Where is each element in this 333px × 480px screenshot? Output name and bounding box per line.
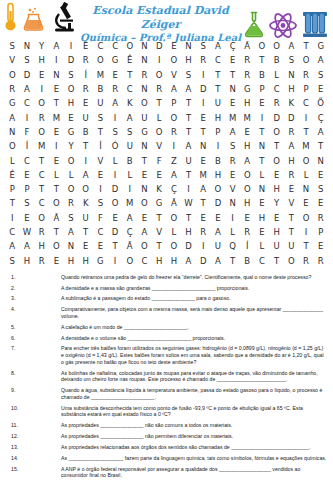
grid-cell-r3c8[interactable]: E: [108, 68, 123, 82]
grid-cell-r7c9[interactable]: S: [122, 125, 137, 139]
grid-cell-r4c1[interactable]: R: [5, 82, 20, 96]
grid-cell-r7c12[interactable]: R: [167, 125, 182, 139]
grid-cell-r12c7[interactable]: S: [93, 196, 108, 210]
grid-cell-r1c10[interactable]: N: [137, 39, 152, 53]
grid-cell-r8c2[interactable]: Í: [20, 139, 35, 153]
grid-cell-r8c5[interactable]: Y: [64, 139, 79, 153]
grid-cell-r16c13[interactable]: A: [181, 253, 196, 267]
grid-cell-r14c4[interactable]: T: [49, 225, 64, 239]
grid-cell-r6c6[interactable]: U: [78, 110, 93, 124]
grid-cell-r7c14[interactable]: T: [196, 125, 211, 139]
grid-cell-r11c9[interactable]: I: [122, 182, 137, 196]
grid-cell-r5c10[interactable]: O: [137, 96, 152, 110]
grid-cell-r4c18[interactable]: P: [255, 82, 270, 96]
grid-cell-r16c20[interactable]: O: [284, 253, 299, 267]
grid-cell-r8c9[interactable]: U: [122, 139, 137, 153]
grid-cell-r15c4[interactable]: O: [49, 239, 64, 253]
grid-cell-r15c17[interactable]: Í: [240, 239, 255, 253]
grid-cell-r2c9[interactable]: Ê: [122, 53, 137, 67]
grid-cell-r6c12[interactable]: O: [167, 110, 182, 124]
grid-cell-r4c8[interactable]: R: [108, 82, 123, 96]
grid-cell-r12c14[interactable]: T: [196, 196, 211, 210]
grid-cell-r5c11[interactable]: T: [152, 96, 167, 110]
grid-cell-r14c14[interactable]: R: [196, 225, 211, 239]
grid-cell-r8c20[interactable]: A: [284, 139, 299, 153]
grid-cell-r2c19[interactable]: B: [269, 53, 284, 67]
grid-cell-r7c2[interactable]: F: [20, 125, 35, 139]
grid-cell-r10c7[interactable]: E: [93, 168, 108, 182]
grid-cell-r5c8[interactable]: A: [108, 96, 123, 110]
grid-cell-r2c11[interactable]: I: [152, 53, 167, 67]
grid-cell-r15c1[interactable]: A: [5, 239, 20, 253]
grid-cell-r14c20[interactable]: T: [284, 225, 299, 239]
grid-cell-r15c11[interactable]: T: [152, 239, 167, 253]
grid-cell-r12c19[interactable]: Y: [269, 196, 284, 210]
grid-cell-r13c19[interactable]: E: [269, 211, 284, 225]
grid-cell-r10c19[interactable]: E: [269, 168, 284, 182]
grid-cell-r9c5[interactable]: O: [64, 153, 79, 167]
grid-cell-r15c9[interactable]: Ã: [122, 239, 137, 253]
grid-cell-r9c19[interactable]: O: [269, 153, 284, 167]
grid-cell-r9c17[interactable]: A: [240, 153, 255, 167]
grid-cell-r13c22[interactable]: R: [313, 211, 328, 225]
grid-cell-r12c17[interactable]: H: [240, 196, 255, 210]
grid-cell-r2c1[interactable]: V: [5, 53, 20, 67]
grid-cell-r12c13[interactable]: W: [181, 196, 196, 210]
grid-cell-r3c2[interactable]: D: [20, 68, 35, 82]
grid-cell-r1c20[interactable]: A: [284, 39, 299, 53]
grid-cell-r15c12[interactable]: O: [167, 239, 182, 253]
grid-cell-r3c1[interactable]: O: [5, 68, 20, 82]
grid-cell-r11c8[interactable]: D: [108, 182, 123, 196]
grid-cell-r15c18[interactable]: L: [255, 239, 270, 253]
grid-cell-r8c18[interactable]: N: [255, 139, 270, 153]
grid-cell-r14c5[interactable]: A: [64, 225, 79, 239]
grid-cell-r15c8[interactable]: T: [108, 239, 123, 253]
grid-cell-r3c11[interactable]: O: [152, 68, 167, 82]
grid-cell-r9c3[interactable]: T: [34, 153, 49, 167]
grid-cell-r3c17[interactable]: R: [240, 68, 255, 82]
grid-cell-r8c10[interactable]: N: [137, 139, 152, 153]
grid-cell-r16c1[interactable]: S: [5, 253, 20, 267]
grid-cell-r12c1[interactable]: T: [5, 196, 20, 210]
grid-cell-r5c17[interactable]: H: [240, 96, 255, 110]
grid-cell-r9c16[interactable]: R: [225, 153, 240, 167]
grid-cell-r1c9[interactable]: O: [122, 39, 137, 53]
grid-cell-r9c21[interactable]: O: [299, 153, 314, 167]
grid-cell-r3c13[interactable]: S: [181, 68, 196, 82]
grid-cell-r3c16[interactable]: T: [225, 68, 240, 82]
grid-cell-r2c6[interactable]: R: [78, 53, 93, 67]
grid-cell-r5c13[interactable]: T: [181, 96, 196, 110]
grid-cell-r3c14[interactable]: I: [196, 68, 211, 82]
grid-cell-r8c1[interactable]: O: [5, 139, 20, 153]
grid-cell-r7c3[interactable]: O: [34, 125, 49, 139]
grid-cell-r13c17[interactable]: E: [240, 211, 255, 225]
grid-cell-r11c21[interactable]: N: [299, 182, 314, 196]
grid-cell-r6c10[interactable]: U: [137, 110, 152, 124]
grid-cell-r13c1[interactable]: I: [5, 211, 20, 225]
grid-cell-r14c13[interactable]: H: [181, 225, 196, 239]
grid-cell-r15c19[interactable]: U: [269, 239, 284, 253]
grid-cell-r14c8[interactable]: D: [108, 225, 123, 239]
grid-cell-r4c7[interactable]: B: [93, 82, 108, 96]
grid-cell-r14c17[interactable]: R: [240, 225, 255, 239]
grid-cell-r6c11[interactable]: L: [152, 110, 167, 124]
grid-cell-r4c21[interactable]: P: [299, 82, 314, 96]
grid-cell-r14c2[interactable]: W: [20, 225, 35, 239]
grid-cell-r14c21[interactable]: I: [299, 225, 314, 239]
grid-cell-r8c17[interactable]: H: [240, 139, 255, 153]
grid-cell-r13c14[interactable]: E: [196, 211, 211, 225]
grid-cell-r8c8[interactable]: Ó: [108, 139, 123, 153]
grid-cell-r8c13[interactable]: A: [181, 139, 196, 153]
grid-cell-r15c15[interactable]: U: [211, 239, 226, 253]
grid-cell-r15c6[interactable]: E: [78, 239, 93, 253]
grid-cell-r12c2[interactable]: S: [20, 196, 35, 210]
grid-cell-r4c15[interactable]: T: [211, 82, 226, 96]
grid-cell-r7c17[interactable]: E: [240, 125, 255, 139]
grid-cell-r16c18[interactable]: C: [255, 253, 270, 267]
grid-cell-r13c7[interactable]: F: [93, 211, 108, 225]
grid-cell-r2c16[interactable]: E: [225, 53, 240, 67]
grid-cell-r13c20[interactable]: T: [284, 211, 299, 225]
grid-cell-r4c6[interactable]: R: [78, 82, 93, 96]
grid-cell-r1c3[interactable]: Y: [34, 39, 49, 53]
grid-cell-r16c22[interactable]: R: [313, 253, 328, 267]
grid-cell-r4c2[interactable]: A: [20, 82, 35, 96]
grid-cell-r10c1[interactable]: É: [5, 168, 20, 182]
grid-cell-r13c21[interactable]: O: [299, 211, 314, 225]
grid-cell-r10c6[interactable]: A: [78, 168, 93, 182]
grid-cell-r5c22[interactable]: Õ: [313, 96, 328, 110]
grid-cell-r8c4[interactable]: I: [49, 139, 64, 153]
grid-cell-r3c3[interactable]: E: [34, 68, 49, 82]
grid-cell-r4c12[interactable]: A: [167, 82, 182, 96]
grid-cell-r1c1[interactable]: S: [5, 39, 20, 53]
grid-cell-r16c21[interactable]: R: [299, 253, 314, 267]
grid-cell-r1c14[interactable]: S: [196, 39, 211, 53]
grid-cell-r16c19[interactable]: T: [269, 253, 284, 267]
grid-cell-r6c7[interactable]: S: [93, 110, 108, 124]
grid-cell-r11c20[interactable]: E: [284, 182, 299, 196]
grid-cell-r3c5[interactable]: S: [64, 68, 79, 82]
grid-cell-r6c15[interactable]: H: [211, 110, 226, 124]
grid-cell-r6c20[interactable]: D: [284, 110, 299, 124]
grid-cell-r14c1[interactable]: C: [5, 225, 20, 239]
grid-cell-r15c3[interactable]: H: [34, 239, 49, 253]
grid-cell-r12c5[interactable]: R: [64, 196, 79, 210]
grid-cell-r3c12[interactable]: V: [167, 68, 182, 82]
grid-cell-r9c13[interactable]: U: [181, 153, 196, 167]
grid-cell-r2c13[interactable]: H: [181, 53, 196, 67]
grid-cell-r15c7[interactable]: E: [93, 239, 108, 253]
grid-cell-r3c7[interactable]: M: [93, 68, 108, 82]
grid-cell-r5c4[interactable]: T: [49, 96, 64, 110]
grid-cell-r6c16[interactable]: M: [225, 110, 240, 124]
grid-cell-r12c4[interactable]: O: [49, 196, 64, 210]
grid-cell-r10c5[interactable]: L: [64, 168, 79, 182]
grid-cell-r12c22[interactable]: E: [313, 196, 328, 210]
grid-cell-r5c21[interactable]: C: [299, 96, 314, 110]
grid-cell-r4c19[interactable]: C: [269, 82, 284, 96]
grid-cell-r3c10[interactable]: R: [137, 68, 152, 82]
grid-cell-r9c4[interactable]: E: [49, 153, 64, 167]
grid-cell-r13c12[interactable]: O: [167, 211, 182, 225]
grid-cell-r2c8[interactable]: G: [108, 53, 123, 67]
grid-cell-r8c6[interactable]: T: [78, 139, 93, 153]
grid-cell-r11c2[interactable]: P: [20, 182, 35, 196]
grid-cell-r4c14[interactable]: D: [196, 82, 211, 96]
grid-cell-r13c16[interactable]: I: [225, 211, 240, 225]
grid-cell-r8c3[interactable]: M: [34, 139, 49, 153]
grid-cell-r8c11[interactable]: V: [152, 139, 167, 153]
grid-cell-r6c4[interactable]: M: [49, 110, 64, 124]
grid-cell-r16c4[interactable]: E: [49, 253, 64, 267]
grid-cell-r11c6[interactable]: O: [78, 182, 93, 196]
grid-cell-r15c2[interactable]: A: [20, 239, 35, 253]
grid-cell-r15c21[interactable]: T: [299, 239, 314, 253]
grid-cell-r10c12[interactable]: A: [167, 168, 182, 182]
grid-cell-r5c18[interactable]: E: [255, 96, 270, 110]
grid-cell-r10c11[interactable]: E: [152, 168, 167, 182]
grid-cell-r9c18[interactable]: T: [255, 153, 270, 167]
grid-cell-r11c7[interactable]: I: [93, 182, 108, 196]
grid-cell-r1c5[interactable]: I: [64, 39, 79, 53]
grid-cell-r10c9[interactable]: L: [122, 168, 137, 182]
grid-cell-r16c14[interactable]: D: [196, 253, 211, 267]
grid-cell-r2c5[interactable]: D: [64, 53, 79, 67]
grid-cell-r12c6[interactable]: K: [78, 196, 93, 210]
grid-cell-r9c11[interactable]: F: [152, 153, 167, 167]
grid-cell-r2c21[interactable]: O: [299, 53, 314, 67]
grid-cell-r14c12[interactable]: L: [167, 225, 182, 239]
grid-cell-r6c19[interactable]: D: [269, 110, 284, 124]
grid-cell-r6c22[interactable]: Ç: [313, 110, 328, 124]
grid-cell-r16c15[interactable]: A: [211, 253, 226, 267]
grid-cell-r10c21[interactable]: L: [299, 168, 314, 182]
grid-cell-r4c5[interactable]: O: [64, 82, 79, 96]
grid-cell-r3c15[interactable]: T: [211, 68, 226, 82]
grid-cell-r6c3[interactable]: R: [34, 110, 49, 124]
grid-cell-r2c22[interactable]: A: [313, 53, 328, 67]
grid-cell-r2c3[interactable]: H: [34, 53, 49, 67]
grid-cell-r10c18[interactable]: L: [255, 168, 270, 182]
grid-cell-r12c11[interactable]: G: [152, 196, 167, 210]
grid-cell-r5c6[interactable]: E: [78, 96, 93, 110]
grid-cell-r12c10[interactable]: O: [137, 196, 152, 210]
grid-cell-r16c10[interactable]: C: [137, 253, 152, 267]
grid-cell-r10c4[interactable]: L: [49, 168, 64, 182]
grid-cell-r7c10[interactable]: G: [137, 125, 152, 139]
grid-cell-r7c15[interactable]: P: [211, 125, 226, 139]
grid-cell-r15c20[interactable]: U: [284, 239, 299, 253]
grid-cell-r1c7[interactable]: C: [93, 39, 108, 53]
grid-cell-r5c5[interactable]: H: [64, 96, 79, 110]
grid-cell-r12c18[interactable]: E: [255, 196, 270, 210]
grid-cell-r2c14[interactable]: R: [196, 53, 211, 67]
grid-cell-r4c4[interactable]: E: [49, 82, 64, 96]
grid-cell-r11c10[interactable]: N: [137, 182, 152, 196]
grid-cell-r8c15[interactable]: I: [211, 139, 226, 153]
grid-cell-r5c16[interactable]: E: [225, 96, 240, 110]
grid-cell-r9c1[interactable]: L: [5, 153, 20, 167]
grid-cell-r14c16[interactable]: L: [225, 225, 240, 239]
grid-cell-r4c16[interactable]: N: [225, 82, 240, 96]
grid-cell-r10c14[interactable]: M: [196, 168, 211, 182]
grid-cell-r8c14[interactable]: N: [196, 139, 211, 153]
grid-cell-r4c17[interactable]: G: [240, 82, 255, 96]
grid-cell-r10c20[interactable]: R: [284, 168, 299, 182]
grid-cell-r1c16[interactable]: Ç: [225, 39, 240, 53]
grid-cell-r12c16[interactable]: N: [225, 196, 240, 210]
grid-cell-r14c19[interactable]: H: [269, 225, 284, 239]
grid-cell-r7c11[interactable]: O: [152, 125, 167, 139]
grid-cell-r11c12[interactable]: Ç: [167, 182, 182, 196]
grid-cell-r2c4[interactable]: I: [49, 53, 64, 67]
grid-cell-r7c6[interactable]: B: [78, 125, 93, 139]
grid-cell-r16c5[interactable]: H: [64, 253, 79, 267]
grid-cell-r14c11[interactable]: V: [152, 225, 167, 239]
grid-cell-r10c17[interactable]: O: [240, 168, 255, 182]
grid-cell-r14c3[interactable]: R: [34, 225, 49, 239]
grid-cell-r9c15[interactable]: B: [211, 153, 226, 167]
grid-cell-r2c18[interactable]: T: [255, 53, 270, 67]
grid-cell-r1c6[interactable]: E: [78, 39, 93, 53]
grid-cell-r13c9[interactable]: A: [122, 211, 137, 225]
grid-cell-r7c13[interactable]: T: [181, 125, 196, 139]
grid-cell-r12c21[interactable]: E: [299, 196, 314, 210]
grid-cell-r7c22[interactable]: A: [313, 125, 328, 139]
grid-cell-r6c1[interactable]: A: [5, 110, 20, 124]
grid-cell-r1c21[interactable]: T: [299, 39, 314, 53]
grid-cell-r14c18[interactable]: E: [255, 225, 270, 239]
grid-cell-r5c9[interactable]: K: [122, 96, 137, 110]
grid-cell-r7c18[interactable]: T: [255, 125, 270, 139]
grid-cell-r9c9[interactable]: B: [122, 153, 137, 167]
grid-cell-r7c20[interactable]: R: [284, 125, 299, 139]
grid-cell-r14c15[interactable]: A: [211, 225, 226, 239]
grid-cell-r11c22[interactable]: S: [313, 182, 328, 196]
grid-cell-r5c2[interactable]: C: [20, 96, 35, 110]
grid-cell-r4c11[interactable]: R: [152, 82, 167, 96]
grid-cell-r5c12[interactable]: P: [167, 96, 182, 110]
grid-cell-r10c13[interactable]: T: [181, 168, 196, 182]
grid-cell-r10c15[interactable]: H: [211, 168, 226, 182]
grid-cell-r1c4[interactable]: A: [49, 39, 64, 53]
grid-cell-r11c3[interactable]: T: [34, 182, 49, 196]
grid-cell-r16c12[interactable]: H: [167, 253, 182, 267]
grid-cell-r11c16[interactable]: V: [225, 182, 240, 196]
grid-cell-r14c10[interactable]: A: [137, 225, 152, 239]
grid-cell-r8c19[interactable]: T: [269, 139, 284, 153]
grid-cell-r1c13[interactable]: N: [181, 39, 196, 53]
grid-cell-r5c15[interactable]: U: [211, 96, 226, 110]
grid-cell-r13c2[interactable]: E: [20, 211, 35, 225]
grid-cell-r6c13[interactable]: T: [181, 110, 196, 124]
grid-cell-r9c7[interactable]: V: [93, 153, 108, 167]
grid-cell-r11c5[interactable]: O: [64, 182, 79, 196]
grid-cell-r1c11[interactable]: D: [152, 39, 167, 53]
grid-cell-r5c19[interactable]: R: [269, 96, 284, 110]
grid-cell-r13c10[interactable]: E: [137, 211, 152, 225]
grid-cell-r11c13[interactable]: I: [181, 182, 196, 196]
grid-cell-r3c19[interactable]: L: [269, 68, 284, 82]
grid-cell-r8c12[interactable]: I: [167, 139, 182, 153]
grid-cell-r11c18[interactable]: N: [255, 182, 270, 196]
grid-cell-r8c22[interactable]: T: [313, 139, 328, 153]
grid-cell-r16c2[interactable]: H: [20, 253, 35, 267]
grid-cell-r15c22[interactable]: E: [313, 239, 328, 253]
grid-cell-r11c14[interactable]: A: [196, 182, 211, 196]
grid-cell-r9c22[interactable]: N: [313, 153, 328, 167]
grid-cell-r6c2[interactable]: I: [20, 110, 35, 124]
grid-cell-r7c19[interactable]: O: [269, 125, 284, 139]
grid-cell-r10c3[interactable]: C: [34, 168, 49, 182]
grid-cell-r16c9[interactable]: O: [122, 253, 137, 267]
grid-cell-r7c16[interactable]: A: [225, 125, 240, 139]
grid-cell-r1c8[interactable]: C: [108, 39, 123, 53]
grid-cell-r7c7[interactable]: T: [93, 125, 108, 139]
grid-cell-r10c16[interactable]: E: [225, 168, 240, 182]
grid-cell-r5c14[interactable]: I: [196, 96, 211, 110]
grid-cell-r4c20[interactable]: H: [284, 82, 299, 96]
grid-cell-r7c4[interactable]: E: [49, 125, 64, 139]
grid-cell-r3c22[interactable]: S: [313, 68, 328, 82]
grid-cell-r10c22[interactable]: E: [313, 168, 328, 182]
grid-cell-r15c14[interactable]: I: [196, 239, 211, 253]
grid-cell-r4c3[interactable]: I: [34, 82, 49, 96]
grid-cell-r13c18[interactable]: H: [255, 211, 270, 225]
grid-cell-r9c20[interactable]: H: [284, 153, 299, 167]
grid-cell-r3c20[interactable]: N: [284, 68, 299, 82]
grid-cell-r7c5[interactable]: G: [64, 125, 79, 139]
grid-cell-r2c2[interactable]: S: [20, 53, 35, 67]
grid-cell-r6c9[interactable]: A: [122, 110, 137, 124]
grid-cell-r3c21[interactable]: R: [299, 68, 314, 82]
grid-cell-r2c7[interactable]: O: [93, 53, 108, 67]
grid-cell-r10c8[interactable]: I: [108, 168, 123, 182]
grid-cell-r8c21[interactable]: M: [299, 139, 314, 153]
grid-cell-r2c17[interactable]: R: [240, 53, 255, 67]
grid-cell-r4c9[interactable]: C: [122, 82, 137, 96]
grid-cell-r16c11[interactable]: H: [152, 253, 167, 267]
grid-cell-r15c16[interactable]: Q: [225, 239, 240, 253]
grid-cell-r5c3[interactable]: O: [34, 96, 49, 110]
grid-cell-r6c17[interactable]: M: [240, 110, 255, 124]
grid-cell-r16c16[interactable]: T: [225, 253, 240, 267]
grid-cell-r1c18[interactable]: O: [255, 39, 270, 53]
grid-cell-r9c8[interactable]: L: [108, 153, 123, 167]
grid-cell-r7c1[interactable]: N: [5, 125, 20, 139]
grid-cell-r16c6[interactable]: H: [78, 253, 93, 267]
grid-cell-r6c18[interactable]: I: [255, 110, 270, 124]
grid-cell-r5c7[interactable]: U: [93, 96, 108, 110]
grid-cell-r10c10[interactable]: E: [137, 168, 152, 182]
grid-cell-r2c15[interactable]: C: [211, 53, 226, 67]
grid-cell-r3c9[interactable]: T: [122, 68, 137, 82]
grid-cell-r14c6[interactable]: T: [78, 225, 93, 239]
grid-cell-r9c10[interactable]: T: [137, 153, 152, 167]
grid-cell-r14c9[interactable]: Ç: [122, 225, 137, 239]
grid-cell-r4c13[interactable]: A: [181, 82, 196, 96]
grid-cell-r11c17[interactable]: O: [240, 182, 255, 196]
grid-cell-r9c12[interactable]: Z: [167, 153, 182, 167]
grid-cell-r11c19[interactable]: H: [269, 182, 284, 196]
grid-cell-r16c17[interactable]: B: [240, 253, 255, 267]
grid-cell-r12c20[interactable]: V: [284, 196, 299, 210]
grid-cell-r13c3[interactable]: O: [34, 211, 49, 225]
